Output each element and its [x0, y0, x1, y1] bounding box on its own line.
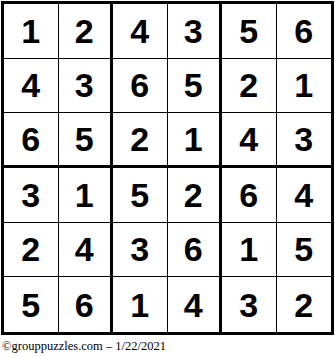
sudoku-cell-r1c5: 5 — [222, 4, 277, 59]
sudoku-cell-r2c1: 4 — [4, 59, 59, 114]
sudoku-cell-r4c4: 2 — [168, 168, 223, 223]
sudoku-cell-r3c5: 4 — [222, 113, 277, 168]
sudoku-cell-r4c3: 5 — [113, 168, 168, 223]
sudoku-cell-r5c2: 4 — [59, 223, 114, 278]
sudoku-cell-r4c5: 6 — [222, 168, 277, 223]
sudoku-cell-r4c2: 1 — [59, 168, 114, 223]
sudoku-cell-r5c1: 2 — [4, 223, 59, 278]
sudoku-cell-r1c2: 2 — [59, 4, 114, 59]
sudoku-cell-r2c2: 3 — [59, 59, 114, 114]
sudoku-cell-r2c3: 6 — [113, 59, 168, 114]
sudoku-cell-r1c4: 3 — [168, 4, 223, 59]
sudoku-board: 124356436521652143315264243615561432 — [1, 1, 334, 335]
sudoku-cell-r6c6: 2 — [277, 277, 332, 332]
copyright-credit: ©grouppuzzles.com – 1/22/2021 — [2, 339, 166, 354]
sudoku-cell-r2c4: 5 — [168, 59, 223, 114]
sudoku-cell-r4c6: 4 — [277, 168, 332, 223]
sudoku-cell-r3c4: 1 — [168, 113, 223, 168]
sudoku-cell-r5c4: 6 — [168, 223, 223, 278]
sudoku-cell-r1c3: 4 — [113, 4, 168, 59]
sudoku-cell-r1c1: 1 — [4, 4, 59, 59]
sudoku-cell-r1c6: 6 — [277, 4, 332, 59]
sudoku-cell-r6c4: 4 — [168, 277, 223, 332]
sudoku-cell-r3c6: 3 — [277, 113, 332, 168]
sudoku-cell-r3c2: 5 — [59, 113, 114, 168]
sudoku-cell-r5c5: 1 — [222, 223, 277, 278]
sudoku-cell-r6c5: 3 — [222, 277, 277, 332]
sudoku-cell-r5c6: 5 — [277, 223, 332, 278]
sudoku-cell-r2c5: 2 — [222, 59, 277, 114]
sudoku-cell-r2c6: 1 — [277, 59, 332, 114]
sudoku-cell-r6c3: 1 — [113, 277, 168, 332]
sudoku-cell-r3c1: 6 — [4, 113, 59, 168]
sudoku-cell-r5c3: 3 — [113, 223, 168, 278]
sudoku-cell-r6c2: 6 — [59, 277, 114, 332]
sudoku-cell-r3c3: 2 — [113, 113, 168, 168]
sudoku-cell-r6c1: 5 — [4, 277, 59, 332]
sudoku-cell-r4c1: 3 — [4, 168, 59, 223]
